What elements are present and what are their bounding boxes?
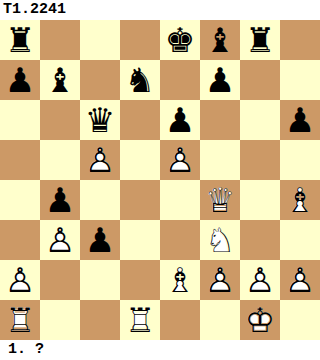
square-d1[interactable]: ♜♖ xyxy=(120,300,160,340)
square-c7[interactable] xyxy=(80,60,120,100)
square-d8[interactable] xyxy=(120,20,160,60)
square-g6[interactable] xyxy=(240,100,280,140)
square-f8[interactable]: ♝ xyxy=(200,20,240,60)
square-c2[interactable] xyxy=(80,260,120,300)
square-f7[interactable]: ♟ xyxy=(200,60,240,100)
square-e2[interactable]: ♝♗ xyxy=(160,260,200,300)
square-g2[interactable]: ♟♙ xyxy=(240,260,280,300)
square-h2[interactable]: ♟♙ xyxy=(280,260,320,300)
white-pawn-outline-icon: ♙ xyxy=(280,260,320,300)
white-pawn-icon: ♟ xyxy=(160,140,200,180)
square-f6[interactable] xyxy=(200,100,240,140)
black-bishop-icon: ♝ xyxy=(200,20,240,60)
white-pawn-icon: ♟ xyxy=(280,260,320,300)
chess-board: ♜♚♝♜♟♝♞♟♛♟♟♟♙♟♙♟♛♕♝♗♟♙♟♞♘♟♙♝♗♟♙♟♙♟♙♜♖♜♖♚… xyxy=(0,20,320,340)
black-rook-icon: ♜ xyxy=(240,20,280,60)
square-c1[interactable] xyxy=(80,300,120,340)
square-b6[interactable] xyxy=(40,100,80,140)
square-e4[interactable] xyxy=(160,180,200,220)
square-g3[interactable] xyxy=(240,220,280,260)
white-bishop-outline-icon: ♗ xyxy=(280,180,320,220)
square-c6[interactable]: ♛ xyxy=(80,100,120,140)
white-bishop-outline-icon: ♗ xyxy=(160,260,200,300)
square-a7[interactable]: ♟ xyxy=(0,60,40,100)
black-pawn-icon: ♟ xyxy=(0,60,40,100)
square-f2[interactable]: ♟♙ xyxy=(200,260,240,300)
black-queen-icon: ♛ xyxy=(80,100,120,140)
square-e1[interactable] xyxy=(160,300,200,340)
white-king-icon: ♚ xyxy=(240,300,280,340)
square-a3[interactable] xyxy=(0,220,40,260)
square-a2[interactable]: ♟♙ xyxy=(0,260,40,300)
square-b2[interactable] xyxy=(40,260,80,300)
square-e7[interactable] xyxy=(160,60,200,100)
square-a6[interactable] xyxy=(0,100,40,140)
square-b1[interactable] xyxy=(40,300,80,340)
square-c8[interactable] xyxy=(80,20,120,60)
white-pawn-outline-icon: ♙ xyxy=(80,140,120,180)
white-pawn-outline-icon: ♙ xyxy=(160,140,200,180)
square-h3[interactable] xyxy=(280,220,320,260)
square-a5[interactable] xyxy=(0,140,40,180)
square-b7[interactable]: ♝ xyxy=(40,60,80,100)
white-pawn-outline-icon: ♙ xyxy=(40,220,80,260)
white-rook-outline-icon: ♖ xyxy=(120,300,160,340)
square-f3[interactable]: ♞♘ xyxy=(200,220,240,260)
white-rook-outline-icon: ♖ xyxy=(0,300,40,340)
white-bishop-icon: ♝ xyxy=(160,260,200,300)
square-d4[interactable] xyxy=(120,180,160,220)
white-pawn-icon: ♟ xyxy=(80,140,120,180)
white-knight-icon: ♞ xyxy=(200,220,240,260)
white-queen-icon: ♛ xyxy=(200,180,240,220)
square-h1[interactable] xyxy=(280,300,320,340)
square-e6[interactable]: ♟ xyxy=(160,100,200,140)
square-d3[interactable] xyxy=(120,220,160,260)
square-g5[interactable] xyxy=(240,140,280,180)
square-h4[interactable]: ♝♗ xyxy=(280,180,320,220)
white-bishop-icon: ♝ xyxy=(280,180,320,220)
white-pawn-outline-icon: ♙ xyxy=(200,260,240,300)
square-d6[interactable] xyxy=(120,100,160,140)
square-d2[interactable] xyxy=(120,260,160,300)
square-b4[interactable]: ♟ xyxy=(40,180,80,220)
square-g8[interactable]: ♜ xyxy=(240,20,280,60)
square-g7[interactable] xyxy=(240,60,280,100)
black-knight-icon: ♞ xyxy=(120,60,160,100)
square-c3[interactable]: ♟ xyxy=(80,220,120,260)
square-a4[interactable] xyxy=(0,180,40,220)
white-pawn-icon: ♟ xyxy=(240,260,280,300)
square-h8[interactable] xyxy=(280,20,320,60)
move-prompt: 1. ? xyxy=(0,340,320,360)
square-d7[interactable]: ♞ xyxy=(120,60,160,100)
square-e8[interactable]: ♚ xyxy=(160,20,200,60)
black-bishop-icon: ♝ xyxy=(40,60,80,100)
black-pawn-icon: ♟ xyxy=(200,60,240,100)
square-f1[interactable] xyxy=(200,300,240,340)
square-g1[interactable]: ♚♔ xyxy=(240,300,280,340)
square-h7[interactable] xyxy=(280,60,320,100)
black-king-icon: ♚ xyxy=(160,20,200,60)
white-rook-icon: ♜ xyxy=(0,300,40,340)
square-g4[interactable] xyxy=(240,180,280,220)
white-pawn-icon: ♟ xyxy=(200,260,240,300)
white-knight-outline-icon: ♘ xyxy=(200,220,240,260)
square-b8[interactable] xyxy=(40,20,80,60)
square-h5[interactable] xyxy=(280,140,320,180)
black-rook-icon: ♜ xyxy=(0,20,40,60)
white-queen-outline-icon: ♕ xyxy=(200,180,240,220)
black-pawn-icon: ♟ xyxy=(80,220,120,260)
puzzle-id: T1.2241 xyxy=(0,0,320,20)
square-f5[interactable] xyxy=(200,140,240,180)
square-e5[interactable]: ♟♙ xyxy=(160,140,200,180)
square-b5[interactable] xyxy=(40,140,80,180)
black-pawn-icon: ♟ xyxy=(280,100,320,140)
square-h6[interactable]: ♟ xyxy=(280,100,320,140)
square-c5[interactable]: ♟♙ xyxy=(80,140,120,180)
square-e3[interactable] xyxy=(160,220,200,260)
square-b3[interactable]: ♟♙ xyxy=(40,220,80,260)
black-pawn-icon: ♟ xyxy=(40,180,80,220)
square-d5[interactable] xyxy=(120,140,160,180)
white-pawn-icon: ♟ xyxy=(0,260,40,300)
square-f4[interactable]: ♛♕ xyxy=(200,180,240,220)
white-rook-icon: ♜ xyxy=(120,300,160,340)
square-a1[interactable]: ♜♖ xyxy=(0,300,40,340)
square-c4[interactable] xyxy=(80,180,120,220)
white-king-outline-icon: ♔ xyxy=(240,300,280,340)
white-pawn-outline-icon: ♙ xyxy=(0,260,40,300)
white-pawn-outline-icon: ♙ xyxy=(240,260,280,300)
black-pawn-icon: ♟ xyxy=(160,100,200,140)
white-pawn-icon: ♟ xyxy=(40,220,80,260)
square-a8[interactable]: ♜ xyxy=(0,20,40,60)
